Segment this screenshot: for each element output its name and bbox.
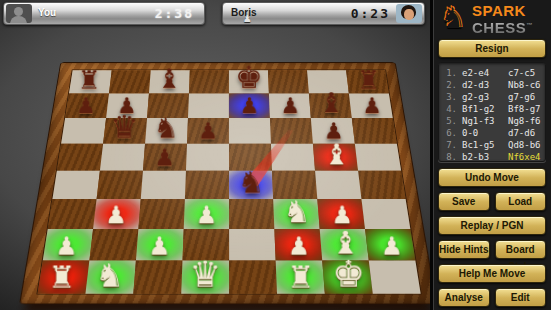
black-pawn[interactable]: ♟: [187, 120, 229, 142]
square-g4[interactable]: [315, 171, 361, 199]
white-pawn[interactable]: ♟: [93, 203, 138, 227]
square-f3[interactable]: ♞: [273, 199, 320, 229]
square-h3[interactable]: [361, 199, 410, 229]
black-move: g7-g6: [508, 91, 535, 103]
square-b1[interactable]: ♞: [85, 260, 135, 293]
black-move: Nb8-c6: [508, 79, 541, 91]
white-move: 0-0: [462, 127, 508, 139]
white-move: Bf1-g2: [462, 103, 508, 115]
square-c5[interactable]: ♟: [143, 144, 187, 171]
white-rook[interactable]: ♜: [277, 262, 325, 292]
square-h7[interactable]: ♟: [349, 93, 393, 117]
square-a7[interactable]: ♟: [65, 93, 109, 117]
help-me-move-button[interactable]: Help Me Move: [438, 264, 546, 283]
move-list[interactable]: 1. e2-e4 c7-c5 2. d2-d3 Nb8-c6 3. g2-g3 …: [438, 62, 546, 162]
black-move: Qd8-b6: [508, 139, 541, 151]
black-move: d7-d6: [508, 127, 535, 139]
square-e8[interactable]: ♚: [229, 70, 269, 93]
logo-text: SPARK CHESS™: [472, 4, 532, 35]
black-pawn[interactable]: ♟: [352, 95, 393, 117]
edit-board-button[interactable]: Edit Board: [495, 288, 547, 307]
white-pawn[interactable]: ♟: [43, 234, 90, 259]
square-e3[interactable]: [229, 199, 274, 229]
square-c2[interactable]: ♟: [136, 229, 184, 261]
black-queen[interactable]: ♛: [103, 111, 145, 142]
move-list-row: 3. g2-g3 g7-g6: [443, 91, 543, 103]
white-king[interactable]: ♚: [325, 255, 373, 292]
square-f2[interactable]: ♟: [274, 229, 322, 261]
square-c4[interactable]: [141, 171, 186, 199]
square-d3[interactable]: ♟: [184, 199, 229, 229]
move-number: 5.: [443, 115, 457, 127]
white-pawn[interactable]: ♟: [276, 234, 323, 259]
square-d4[interactable]: [185, 171, 229, 199]
logo-title-top: SPARK: [472, 2, 526, 19]
white-knight[interactable]: ♞: [274, 197, 319, 227]
move-number: 6.: [443, 127, 457, 139]
square-h5[interactable]: [355, 144, 401, 171]
move-list-row: 4. Bf1-g2 Bf8-g7: [443, 103, 543, 115]
white-rook[interactable]: ♜: [38, 262, 86, 292]
square-f8[interactable]: [268, 70, 309, 93]
move-number: 8.: [443, 151, 457, 162]
white-queen[interactable]: ♛: [181, 257, 229, 293]
square-d8[interactable]: [189, 70, 229, 93]
black-pawn[interactable]: ♟: [229, 95, 270, 117]
board-style-button[interactable]: Board Style: [495, 240, 547, 259]
black-move: c7-c5: [508, 67, 535, 79]
black-rook[interactable]: ♜: [349, 68, 389, 93]
move-list-row: 8. b2-b3 Nf6xe4: [443, 151, 543, 162]
sidebar-buttons: Undo MoveSaveLoadReplay / PGNHide HintsB…: [438, 168, 546, 307]
black-pawn[interactable]: ♟: [143, 146, 186, 169]
black-king[interactable]: ♚: [229, 62, 269, 92]
square-g5[interactable]: ♝: [313, 144, 358, 171]
white-bishop[interactable]: ♝: [315, 140, 358, 169]
undo-move-button[interactable]: Undo Move: [438, 168, 546, 187]
black-clock: 0:23: [351, 6, 390, 21]
load-button[interactable]: Load: [495, 192, 547, 211]
square-b5[interactable]: [100, 144, 145, 171]
square-e2[interactable]: [229, 229, 276, 261]
move-number: 1.: [443, 67, 457, 79]
resign-button[interactable]: Resign: [438, 39, 546, 58]
white-move: b2-b3: [462, 151, 508, 162]
knight-icon: ♞: [437, 2, 469, 34]
square-d6[interactable]: ♟: [187, 118, 229, 144]
replay-pgn-button[interactable]: Replay / PGN: [438, 216, 546, 235]
square-a2[interactable]: ♟: [43, 229, 93, 261]
square-f7[interactable]: ♟: [269, 93, 311, 117]
move-number: 2.: [443, 79, 457, 91]
logo-tm: ™: [526, 22, 532, 28]
logo-title-bottom: CHESS: [472, 19, 526, 36]
square-h1[interactable]: [369, 260, 421, 293]
white-player-name: You: [38, 7, 56, 18]
square-a3[interactable]: [48, 199, 97, 229]
sparkchess-app: You 2:38 Boris 0:23 ♟ ♜♝♚♜♟♟♟♟♝♟♛♞♟♟♟♝♞♟…: [0, 0, 551, 310]
square-a4[interactable]: [52, 171, 99, 199]
square-c8[interactable]: ♝: [149, 70, 190, 93]
move-number: 3.: [443, 91, 457, 103]
square-b3[interactable]: ♟: [93, 199, 141, 229]
white-move: Bc1-g5: [462, 139, 508, 151]
square-f1[interactable]: ♜: [276, 260, 325, 293]
save-button[interactable]: Save: [438, 192, 490, 211]
square-a8[interactable]: ♜: [69, 70, 112, 93]
move-number: 4.: [443, 103, 457, 115]
white-pawn[interactable]: ♟: [184, 203, 229, 227]
white-avatar: [6, 4, 32, 23]
square-h8[interactable]: ♜: [346, 70, 389, 93]
black-bishop[interactable]: ♝: [149, 66, 189, 93]
white-clock: 2:38: [155, 6, 194, 21]
move-list-row: 6. 0-0 d7-d6: [443, 127, 543, 139]
chess-board[interactable]: ♜♝♚♜♟♟♟♟♝♟♛♞♟♟♟♝♞♟♟♞♟♟♟♟♝♟♜♞♛♜♚: [38, 70, 421, 294]
move-list-row: 7. Bc1-g5 Qd8-b6: [443, 139, 543, 151]
board-stage: You 2:38 Boris 0:23 ♟ ♜♝♚♜♟♟♟♟♝♟♛♞♟♟♟♝♞♟…: [0, 0, 430, 310]
square-h2[interactable]: ♟: [365, 229, 415, 261]
black-bishop[interactable]: ♝: [311, 89, 352, 116]
hide-hints-button[interactable]: Hide Hints: [438, 240, 490, 259]
pawn-icon: ♟: [243, 13, 252, 24]
white-pawn[interactable]: ♟: [368, 234, 415, 259]
move-list-row: 1. e2-e4 c7-c5: [443, 67, 543, 79]
move-number: 7.: [443, 139, 457, 151]
square-c3[interactable]: [138, 199, 184, 229]
square-g1[interactable]: ♚: [322, 260, 373, 293]
black-move: Bf8-g7: [508, 103, 541, 115]
square-a6[interactable]: [61, 118, 106, 144]
player-panel-white: You 2:38: [3, 2, 205, 25]
black-knight[interactable]: ♞: [229, 168, 273, 198]
square-c1[interactable]: [133, 260, 182, 293]
square-d5[interactable]: [186, 144, 229, 171]
white-knight[interactable]: ♞: [86, 260, 134, 292]
white-move: e2-e4: [462, 67, 508, 79]
square-a1[interactable]: ♜: [38, 260, 90, 293]
square-b4[interactable]: [97, 171, 143, 199]
board-3d: ♜♝♚♜♟♟♟♟♝♟♛♞♟♟♟♝♞♟♟♞♟♟♟♟♝♟♜♞♛♜♚: [19, 62, 430, 304]
square-a5[interactable]: [57, 144, 103, 171]
square-h4[interactable]: [358, 171, 406, 199]
square-c6[interactable]: ♞: [145, 118, 188, 144]
square-g7[interactable]: ♝: [309, 93, 352, 117]
black-pawn[interactable]: ♟: [65, 95, 106, 117]
black-move: Nf6xe4: [508, 151, 541, 162]
white-move: g2-g3: [462, 91, 508, 103]
black-avatar: [396, 4, 422, 23]
player-panel-black: Boris 0:23: [222, 2, 425, 25]
white-pawn[interactable]: ♟: [136, 234, 183, 259]
square-e7[interactable]: ♟: [229, 93, 270, 117]
white-move: d2-d3: [462, 79, 508, 91]
square-e4[interactable]: ♞: [229, 171, 273, 199]
square-e1[interactable]: [229, 260, 277, 293]
white-move: Ng1-f3: [462, 115, 508, 127]
black-pawn[interactable]: ♟: [270, 95, 311, 117]
square-b6[interactable]: ♛: [103, 118, 147, 144]
sidebar: ♞ SPARK CHESS™ Resign 1. e2-e4 c7-c5 2. …: [430, 0, 551, 310]
square-d7[interactable]: [188, 93, 229, 117]
square-e6[interactable]: [229, 118, 271, 144]
black-knight[interactable]: ♞: [145, 114, 187, 142]
move-list-row: 5. Ng1-f3 Ng8-f6: [443, 115, 543, 127]
move-list-row: 2. d2-d3 Nb8-c6: [443, 79, 543, 91]
square-d1[interactable]: ♛: [181, 260, 229, 293]
black-rook[interactable]: ♜: [69, 68, 109, 93]
sparkchess-logo: ♞ SPARK CHESS™: [437, 2, 551, 37]
square-b8[interactable]: [109, 70, 151, 93]
board-frame: ♜♝♚♜♟♟♟♟♝♟♛♞♟♟♟♝♞♟♟♞♟♟♟♟♝♟♜♞♛♜♚: [19, 62, 430, 304]
square-h6[interactable]: [352, 118, 397, 144]
black-move: Ng8-f6: [508, 115, 541, 127]
analyse-button[interactable]: Analyse: [438, 288, 490, 307]
